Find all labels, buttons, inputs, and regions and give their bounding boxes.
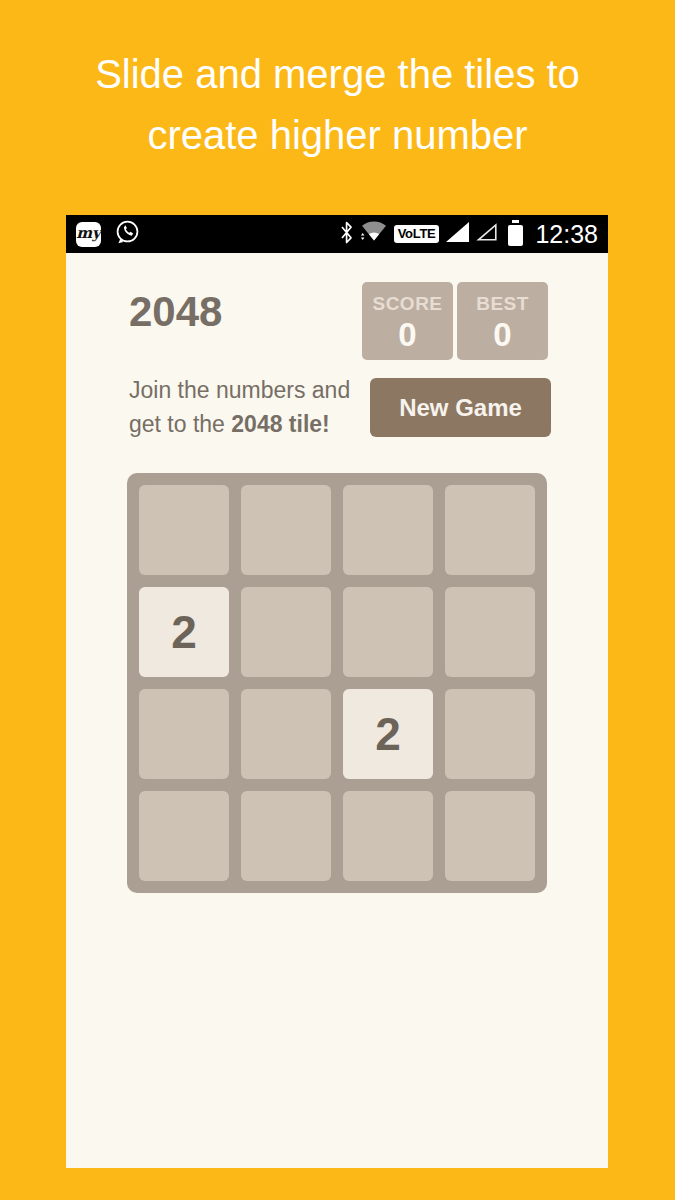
my-app-icon: my xyxy=(76,222,101,247)
score-value: 0 xyxy=(362,316,453,354)
app-title: 2048 xyxy=(129,291,222,333)
empty-cell xyxy=(445,485,535,575)
empty-cell xyxy=(343,587,433,677)
empty-cell xyxy=(241,791,331,881)
score-box: SCORE 0 xyxy=(362,282,453,360)
bluetooth-icon xyxy=(340,221,353,248)
new-game-button-label: New Game xyxy=(399,394,522,422)
status-bar-right: VoLTE 12:38 xyxy=(340,220,598,249)
signal-full-icon xyxy=(446,222,469,246)
battery-icon xyxy=(508,225,523,246)
empty-cell xyxy=(241,587,331,677)
headline-line-2: create higher number xyxy=(0,105,675,166)
subtitle-line-2: get to the 2048 tile! xyxy=(129,407,350,441)
empty-cell xyxy=(139,791,229,881)
wifi-icon xyxy=(360,221,387,247)
empty-cell xyxy=(343,485,433,575)
new-game-button[interactable]: New Game xyxy=(370,378,551,437)
headline: Slide and merge the tiles to create high… xyxy=(0,44,675,166)
status-bar: my xyxy=(66,215,608,253)
score-label: SCORE xyxy=(362,293,453,315)
game-board[interactable]: 22 xyxy=(127,473,547,893)
subtitle-line-2-bold: 2048 tile! xyxy=(231,411,329,437)
empty-cell xyxy=(445,587,535,677)
empty-cell xyxy=(445,689,535,779)
promo-page: Slide and merge the tiles to create high… xyxy=(0,0,675,1200)
status-bar-left: my xyxy=(76,219,141,250)
tile-2: 2 xyxy=(139,587,229,677)
tile-2: 2 xyxy=(343,689,433,779)
empty-cell xyxy=(445,791,535,881)
volte-badge: VoLTE xyxy=(394,225,440,243)
empty-cell xyxy=(343,791,433,881)
best-label: BEST xyxy=(457,293,548,315)
empty-cell xyxy=(241,485,331,575)
subtitle-line-1: Join the numbers and xyxy=(129,373,350,407)
my-app-icon-label: my xyxy=(76,224,101,242)
best-value: 0 xyxy=(457,316,548,354)
empty-cell xyxy=(241,689,331,779)
app-subtitle: Join the numbers and get to the 2048 til… xyxy=(129,373,350,441)
whatsapp-icon xyxy=(114,219,141,250)
headline-line-1: Slide and merge the tiles to xyxy=(0,44,675,105)
phone-screenshot: my xyxy=(66,215,608,1168)
best-box: BEST 0 xyxy=(457,282,548,360)
status-bar-clock: 12:38 xyxy=(535,220,598,249)
empty-cell xyxy=(139,485,229,575)
empty-cell xyxy=(139,689,229,779)
subtitle-line-2-normal: get to the xyxy=(129,411,231,437)
signal-empty-icon xyxy=(476,223,497,245)
